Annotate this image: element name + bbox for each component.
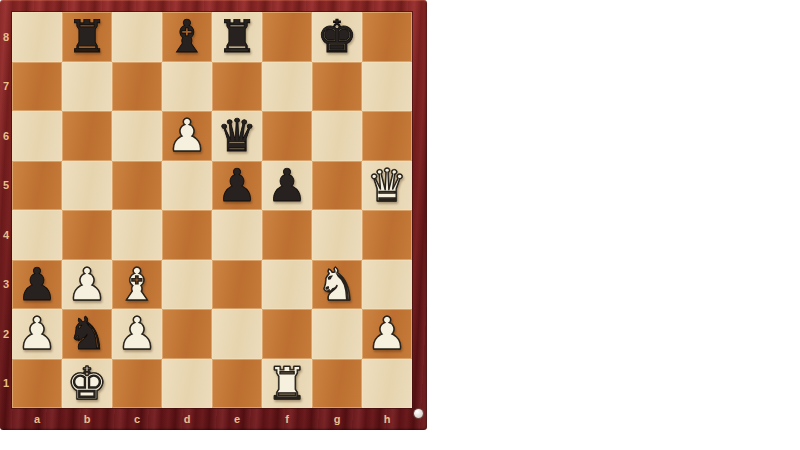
square-g3[interactable]: ♞ (312, 260, 362, 310)
square-e3[interactable] (212, 260, 262, 310)
square-g2[interactable] (312, 309, 362, 359)
square-g7[interactable] (312, 62, 362, 112)
piece-black-bishop-d8[interactable]: ♝ (162, 12, 212, 62)
file-label-f: f (262, 408, 312, 430)
square-a6[interactable] (12, 111, 62, 161)
piece-white-pawn-d6[interactable]: ♟ (162, 111, 212, 161)
square-e7[interactable] (212, 62, 262, 112)
square-g1[interactable] (312, 359, 362, 409)
square-e1[interactable] (212, 359, 262, 409)
piece-black-pawn-f5[interactable]: ♟ (262, 161, 312, 211)
rank-label-2: 2 (0, 309, 12, 359)
piece-black-rook-e8[interactable]: ♜ (212, 12, 262, 62)
square-a3[interactable]: ♟ (12, 260, 62, 310)
rank-labels: 87654321 (0, 12, 12, 408)
rank-label-6: 6 (0, 111, 12, 161)
square-h6[interactable] (362, 111, 412, 161)
rank-label-5: 5 (0, 161, 12, 211)
square-c8[interactable] (112, 12, 162, 62)
square-h4[interactable] (362, 210, 412, 260)
square-h7[interactable] (362, 62, 412, 112)
square-f3[interactable] (262, 260, 312, 310)
piece-black-rook-b8[interactable]: ♜ (62, 12, 112, 62)
square-e2[interactable] (212, 309, 262, 359)
square-d6[interactable]: ♟ (162, 111, 212, 161)
piece-black-knight-b2[interactable]: ♞ (62, 309, 112, 359)
piece-white-rook-f1[interactable]: ♜ (262, 359, 312, 409)
piece-white-king-b1[interactable]: ♚ (62, 359, 112, 409)
square-b5[interactable] (62, 161, 112, 211)
square-g8[interactable]: ♚ (312, 12, 362, 62)
side-to-move-indicator-icon (414, 409, 423, 418)
rank-label-8: 8 (0, 12, 12, 62)
square-a1[interactable] (12, 359, 62, 409)
square-f8[interactable] (262, 12, 312, 62)
square-d7[interactable] (162, 62, 212, 112)
square-g6[interactable] (312, 111, 362, 161)
piece-white-bishop-c3[interactable]: ♝ (112, 260, 162, 310)
square-b6[interactable] (62, 111, 112, 161)
square-c2[interactable]: ♟ (112, 309, 162, 359)
square-d2[interactable] (162, 309, 212, 359)
square-h3[interactable] (362, 260, 412, 310)
piece-black-king-g8[interactable]: ♚ (312, 12, 362, 62)
page-background: 87654321 ♜♝♜♚♟♛♟♟♛♟♟♝♞♟♞♟♟♚♜ abcdefgh (0, 0, 800, 450)
square-b3[interactable]: ♟ (62, 260, 112, 310)
square-e5[interactable]: ♟ (212, 161, 262, 211)
rank-label-7: 7 (0, 62, 12, 112)
square-h1[interactable] (362, 359, 412, 409)
square-f5[interactable]: ♟ (262, 161, 312, 211)
square-b2[interactable]: ♞ (62, 309, 112, 359)
file-label-e: e (212, 408, 262, 430)
square-d3[interactable] (162, 260, 212, 310)
square-a8[interactable] (12, 12, 62, 62)
square-d8[interactable]: ♝ (162, 12, 212, 62)
rank-label-4: 4 (0, 210, 12, 260)
square-g4[interactable] (312, 210, 362, 260)
square-c6[interactable] (112, 111, 162, 161)
square-a5[interactable] (12, 161, 62, 211)
square-h5[interactable]: ♛ (362, 161, 412, 211)
piece-white-pawn-c2[interactable]: ♟ (112, 309, 162, 359)
chess-board: 87654321 ♜♝♜♚♟♛♟♟♛♟♟♝♞♟♞♟♟♚♜ abcdefgh (0, 0, 427, 430)
square-a7[interactable] (12, 62, 62, 112)
square-f6[interactable] (262, 111, 312, 161)
square-c3[interactable]: ♝ (112, 260, 162, 310)
rank-label-3: 3 (0, 260, 12, 310)
square-b1[interactable]: ♚ (62, 359, 112, 409)
file-label-a: a (12, 408, 62, 430)
square-a4[interactable] (12, 210, 62, 260)
square-a2[interactable]: ♟ (12, 309, 62, 359)
square-b7[interactable] (62, 62, 112, 112)
square-d1[interactable] (162, 359, 212, 409)
square-g5[interactable] (312, 161, 362, 211)
square-d4[interactable] (162, 210, 212, 260)
square-c4[interactable] (112, 210, 162, 260)
square-f7[interactable] (262, 62, 312, 112)
square-e4[interactable] (212, 210, 262, 260)
piece-white-pawn-h2[interactable]: ♟ (362, 309, 412, 359)
square-e6[interactable]: ♛ (212, 111, 262, 161)
square-e8[interactable]: ♜ (212, 12, 262, 62)
square-f4[interactable] (262, 210, 312, 260)
square-f2[interactable] (262, 309, 312, 359)
square-b4[interactable] (62, 210, 112, 260)
file-labels: abcdefgh (12, 408, 412, 430)
file-label-g: g (312, 408, 362, 430)
piece-white-knight-g3[interactable]: ♞ (312, 260, 362, 310)
square-h2[interactable]: ♟ (362, 309, 412, 359)
file-label-c: c (112, 408, 162, 430)
file-label-b: b (62, 408, 112, 430)
piece-white-pawn-a2[interactable]: ♟ (12, 309, 62, 359)
file-label-d: d (162, 408, 212, 430)
piece-black-pawn-a3[interactable]: ♟ (12, 260, 62, 310)
square-h8[interactable] (362, 12, 412, 62)
piece-black-queen-e6[interactable]: ♛ (212, 111, 262, 161)
rank-label-1: 1 (0, 359, 12, 409)
square-c7[interactable] (112, 62, 162, 112)
piece-black-pawn-e5[interactable]: ♟ (212, 161, 262, 211)
square-b8[interactable]: ♜ (62, 12, 112, 62)
file-label-h: h (362, 408, 412, 430)
piece-white-queen-h5[interactable]: ♛ (362, 161, 412, 211)
piece-white-pawn-b3[interactable]: ♟ (62, 260, 112, 310)
board-grid: ♜♝♜♚♟♛♟♟♛♟♟♝♞♟♞♟♟♚♜ (12, 12, 412, 408)
square-f1[interactable]: ♜ (262, 359, 312, 409)
square-d5[interactable] (162, 161, 212, 211)
square-c5[interactable] (112, 161, 162, 211)
square-c1[interactable] (112, 359, 162, 409)
